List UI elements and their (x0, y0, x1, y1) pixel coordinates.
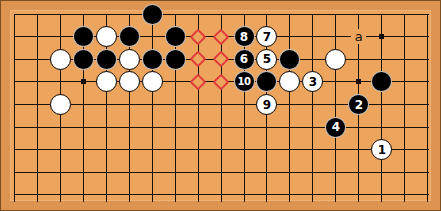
stone-white (96, 26, 117, 47)
stone-white-1: 1 (371, 139, 392, 160)
board-grid-line-vertical (381, 14, 382, 202)
stone-black-6: 6 (234, 49, 255, 70)
stone-white (96, 71, 117, 92)
diamond-mark (213, 51, 230, 68)
stone-black (371, 71, 392, 92)
stone-black (142, 49, 163, 70)
diamond-mark (213, 73, 230, 90)
stone-white (50, 49, 71, 70)
diamond-mark (190, 51, 207, 68)
diamond-mark (190, 73, 207, 90)
stone-black (279, 49, 300, 70)
stone-black (142, 4, 163, 25)
board-grid-line-horizontal (14, 127, 428, 128)
stone-white-3: 3 (302, 71, 323, 92)
stone-white-7: 7 (256, 26, 277, 47)
stone-black-2: 2 (348, 94, 369, 115)
board-grid-line-vertical (427, 14, 428, 202)
hoshi-point (356, 79, 361, 84)
stone-white-9: 9 (256, 94, 277, 115)
board-grid-line-vertical (37, 14, 38, 202)
square-mark (379, 34, 384, 39)
go-board-diagram: 87651039241a (0, 0, 441, 211)
stone-black-10: 10 (234, 71, 255, 92)
board-grid-line-vertical (404, 14, 405, 202)
stone-black (256, 71, 277, 92)
stone-black (96, 49, 117, 70)
board-grid-line-horizontal (14, 149, 428, 150)
stone-white (142, 71, 163, 92)
stone-white (119, 49, 140, 70)
stone-black-4: 4 (325, 117, 346, 138)
board-grid-line-horizontal (14, 14, 428, 15)
stone-white (279, 71, 300, 92)
stone-black (73, 49, 94, 70)
diamond-mark (190, 28, 207, 45)
board-grid-line-vertical (312, 14, 313, 202)
hoshi-point (81, 79, 86, 84)
stone-black (119, 26, 140, 47)
stone-white (119, 71, 140, 92)
stone-black (73, 26, 94, 47)
board-grid-line-horizontal (14, 194, 428, 195)
diamond-mark (213, 28, 230, 45)
stone-black (165, 49, 186, 70)
stone-black (165, 26, 186, 47)
stone-white-5: 5 (256, 49, 277, 70)
stone-black-8: 8 (234, 26, 255, 47)
board-grid-line-vertical (14, 14, 15, 202)
board-grid-line-horizontal (14, 172, 428, 173)
board-grid-line-vertical (335, 14, 336, 202)
stone-white (50, 94, 71, 115)
board-grid-line-vertical (152, 14, 153, 202)
stone-white (325, 49, 346, 70)
board-grid-line-vertical (289, 14, 290, 202)
point-label-a: a (351, 29, 366, 44)
